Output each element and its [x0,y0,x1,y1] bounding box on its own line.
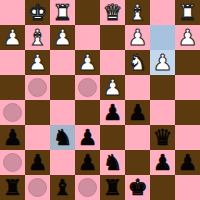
square-g6[interactable] [25,125,50,150]
square-a5[interactable] [175,100,200,125]
piece-white-pawn: ♟ [178,25,198,50]
square-a3[interactable] [175,50,200,75]
square-e2[interactable] [75,25,100,50]
square-a6[interactable] [175,125,200,150]
chess-board: ♚♜♛♝♜♟♝♟♟♟♟♟♞♟♟♟♟♟♞♟♛♟♟♞♟♟♜♝♜♚ [0,0,200,200]
square-f7[interactable] [50,150,75,175]
legal-move-dot[interactable] [28,178,47,197]
legal-move-dot[interactable] [78,178,97,197]
square-d6[interactable] [100,125,125,150]
piece-white-king: ♚ [28,0,48,25]
piece-black-pawn: ♟ [78,125,98,150]
square-c4[interactable] [125,75,150,100]
square-h4[interactable] [0,75,25,100]
square-h2[interactable]: ♟ [0,25,25,50]
square-d2[interactable] [100,25,125,50]
square-g7[interactable]: ♟ [25,150,50,175]
legal-move-dot[interactable] [3,153,22,172]
square-d3[interactable] [100,50,125,75]
piece-black-rook: ♜ [103,175,123,200]
piece-black-rook: ♜ [3,175,23,200]
square-e6[interactable]: ♟ [75,125,100,150]
square-h5[interactable] [0,100,25,125]
square-a1[interactable]: ♜ [175,0,200,25]
square-b4[interactable] [150,75,175,100]
square-a2[interactable]: ♟ [175,25,200,50]
piece-white-knight: ♞ [128,50,148,75]
piece-black-queen: ♛ [153,125,173,150]
piece-black-pawn: ♟ [3,125,23,150]
piece-white-bishop: ♝ [128,0,148,25]
legal-move-dot[interactable] [78,78,97,97]
square-c2[interactable]: ♟ [125,25,150,50]
square-b7[interactable]: ♟ [150,150,175,175]
piece-black-pawn: ♟ [28,150,48,175]
square-c7[interactable] [125,150,150,175]
piece-black-pawn: ♟ [153,150,173,175]
square-a7[interactable]: ♟ [175,150,200,175]
square-e3[interactable]: ♟ [75,50,100,75]
piece-white-pawn: ♟ [128,25,148,50]
square-h1[interactable] [0,0,25,25]
piece-white-pawn: ♟ [28,50,48,75]
square-e4[interactable] [75,75,100,100]
legal-move-dot[interactable] [28,78,47,97]
piece-white-bishop: ♝ [28,25,48,50]
piece-white-pawn: ♟ [78,50,98,75]
piece-white-pawn: ♟ [53,25,73,50]
piece-white-pawn: ♟ [153,50,173,75]
piece-black-pawn: ♟ [128,100,148,125]
square-f4[interactable] [50,75,75,100]
square-f6-selected[interactable]: ♞ [50,125,75,150]
square-d7[interactable]: ♞ [100,150,125,175]
piece-black-knight: ♞ [103,150,123,175]
piece-black-pawn: ♟ [78,150,98,175]
square-e5[interactable] [75,100,100,125]
piece-black-pawn: ♟ [103,100,123,125]
piece-white-pawn: ♟ [103,75,123,100]
square-c5[interactable]: ♟ [125,100,150,125]
square-c3[interactable]: ♞ [125,50,150,75]
piece-black-pawn: ♟ [178,150,198,175]
piece-black-king: ♚ [128,175,148,200]
square-b6[interactable]: ♛ [150,125,175,150]
square-d5[interactable]: ♟ [100,100,125,125]
square-g5[interactable] [25,100,50,125]
square-b2-last-move-from[interactable] [150,25,175,50]
square-f2[interactable]: ♟ [50,25,75,50]
piece-white-rook: ♜ [53,0,73,25]
square-b8[interactable] [150,175,175,200]
square-e7[interactable]: ♟ [75,150,100,175]
square-h7[interactable] [0,150,25,175]
square-e8[interactable] [75,175,100,200]
square-c6[interactable] [125,125,150,150]
square-g1[interactable]: ♚ [25,0,50,25]
square-g3[interactable]: ♟ [25,50,50,75]
square-g8[interactable] [25,175,50,200]
piece-white-pawn: ♟ [3,25,23,50]
square-a4[interactable] [175,75,200,100]
piece-black-knight: ♞ [53,125,73,150]
square-h6[interactable]: ♟ [0,125,25,150]
piece-white-rook: ♜ [178,0,198,25]
square-e1[interactable] [75,0,100,25]
square-a8[interactable] [175,175,200,200]
square-f3[interactable] [50,50,75,75]
square-b5[interactable] [150,100,175,125]
square-c8[interactable]: ♚ [125,175,150,200]
square-d1[interactable]: ♛ [100,0,125,25]
square-h3[interactable] [0,50,25,75]
square-b3-last-move-to[interactable]: ♟ [150,50,175,75]
piece-white-queen: ♛ [103,0,123,25]
square-d8[interactable]: ♜ [100,175,125,200]
square-g4[interactable] [25,75,50,100]
legal-move-dot[interactable] [3,103,22,122]
piece-black-bishop: ♝ [53,175,73,200]
square-h8[interactable]: ♜ [0,175,25,200]
square-f1[interactable]: ♜ [50,0,75,25]
square-b1[interactable] [150,0,175,25]
square-f5[interactable] [50,100,75,125]
square-d4[interactable]: ♟ [100,75,125,100]
square-c1[interactable]: ♝ [125,0,150,25]
square-f8[interactable]: ♝ [50,175,75,200]
square-g2[interactable]: ♝ [25,25,50,50]
